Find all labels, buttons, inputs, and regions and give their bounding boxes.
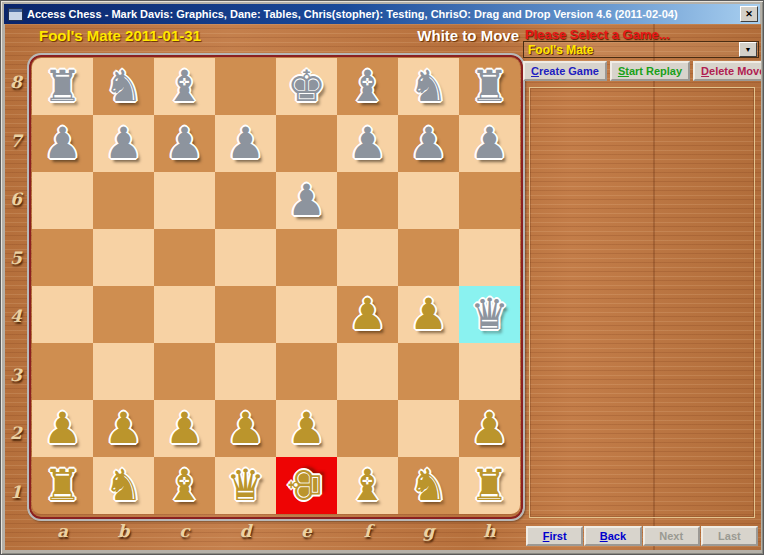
square-f7[interactable]: ♟	[337, 115, 398, 172]
square-a5[interactable]	[32, 229, 93, 286]
square-g4[interactable]: ♟	[398, 286, 459, 343]
square-d3[interactable]	[215, 343, 276, 400]
rank-label-3: 3	[10, 365, 22, 385]
piece-black-knight-b8[interactable]: ♞	[93, 58, 154, 114]
square-c7[interactable]: ♟	[154, 115, 215, 172]
action-buttons: Create Game Start Replay Delete Moves	[523, 61, 761, 81]
square-a2[interactable]: ♟	[32, 400, 93, 457]
main-content: Fool's Mate 2011-01-31 White to Move ♜♞♝…	[5, 24, 761, 550]
square-c4[interactable]	[154, 286, 215, 343]
piece-white-pawn-g4[interactable]: ♟	[398, 286, 459, 342]
piece-black-rook-a8[interactable]: ♜	[32, 58, 93, 114]
piece-white-knight-b1[interactable]: ♞	[93, 457, 154, 513]
square-d1[interactable]: ♛	[215, 457, 276, 514]
piece-black-bishop-c8[interactable]: ♝	[154, 58, 215, 114]
replay-nav-buttons: First Back Next Last	[526, 526, 758, 546]
square-e3[interactable]	[276, 343, 337, 400]
move-list-panel[interactable]	[529, 87, 755, 518]
rank-label-7: 7	[10, 131, 22, 151]
square-f5[interactable]	[337, 229, 398, 286]
piece-white-knight-g1[interactable]: ♞	[398, 457, 459, 513]
square-c2[interactable]: ♟	[154, 400, 215, 457]
rank-label-8: 8	[10, 72, 22, 92]
square-b1[interactable]: ♞	[93, 457, 154, 514]
square-g8[interactable]: ♞	[398, 58, 459, 115]
rank-label-6: 6	[10, 189, 22, 209]
square-e5[interactable]	[276, 229, 337, 286]
square-h8[interactable]: ♜	[459, 58, 520, 115]
piece-black-queen-h4[interactable]: ♛	[459, 286, 520, 342]
select-game-label: Please Select a Game...	[525, 27, 670, 42]
square-e4[interactable]	[276, 286, 337, 343]
piece-white-pawn-e2[interactable]: ♟	[276, 400, 337, 456]
square-d4[interactable]	[215, 286, 276, 343]
app-window: Access Chess - Mark Davis: Graphics, Dan…	[0, 0, 764, 555]
square-d6[interactable]	[215, 172, 276, 229]
back-button[interactable]: Back	[584, 526, 641, 546]
file-label-c: c	[179, 521, 189, 541]
file-label-f: f	[364, 521, 371, 541]
piece-black-pawn-e6[interactable]: ♟	[276, 172, 337, 228]
square-f2[interactable]	[337, 400, 398, 457]
square-b3[interactable]	[93, 343, 154, 400]
square-a3[interactable]	[32, 343, 93, 400]
board-frame: ♜♞♝♚♝♞♜♟♟♟♟♟♟♟♟♟♟♛♟♟♟♟♟♟♜♞♝♛♚♝♞♜	[27, 53, 525, 521]
square-c1[interactable]: ♝	[154, 457, 215, 514]
square-f1[interactable]: ♝	[337, 457, 398, 514]
square-c8[interactable]: ♝	[154, 58, 215, 115]
game-title-label: Fool's Mate 2011-01-31	[39, 27, 201, 44]
file-labels: abcdefgh	[32, 521, 520, 547]
square-c3[interactable]	[154, 343, 215, 400]
square-d7[interactable]: ♟	[215, 115, 276, 172]
window-title: Access Chess - Mark Davis: Graphics, Dan…	[27, 8, 740, 20]
delete-moves-button[interactable]: Delete Moves	[693, 61, 761, 81]
square-a1[interactable]: ♜	[32, 457, 93, 514]
square-h1[interactable]: ♜	[459, 457, 520, 514]
turn-status-label: White to Move	[305, 27, 519, 44]
square-h5[interactable]	[459, 229, 520, 286]
piece-black-bishop-f8[interactable]: ♝	[337, 58, 398, 114]
square-g7[interactable]: ♟	[398, 115, 459, 172]
square-c5[interactable]	[154, 229, 215, 286]
piece-white-rook-h1[interactable]: ♜	[459, 457, 520, 513]
piece-white-pawn-a2[interactable]: ♟	[32, 400, 93, 456]
rank-labels: 87654321	[7, 53, 25, 521]
piece-black-pawn-h7[interactable]: ♟	[459, 115, 520, 171]
square-f6[interactable]	[337, 172, 398, 229]
square-g5[interactable]	[398, 229, 459, 286]
square-f3[interactable]	[337, 343, 398, 400]
square-f4[interactable]: ♟	[337, 286, 398, 343]
piece-black-rook-h8[interactable]: ♜	[459, 58, 520, 114]
piece-white-bishop-c1[interactable]: ♝	[154, 457, 215, 513]
rank-label-4: 4	[10, 306, 22, 326]
square-d2[interactable]: ♟	[215, 400, 276, 457]
square-d8[interactable]	[215, 58, 276, 115]
square-b8[interactable]: ♞	[93, 58, 154, 115]
piece-black-pawn-g7[interactable]: ♟	[398, 115, 459, 171]
last-button[interactable]: Last	[701, 526, 758, 546]
square-g2[interactable]	[398, 400, 459, 457]
close-icon[interactable]: ✕	[740, 6, 758, 22]
app-icon	[8, 8, 23, 21]
square-e2[interactable]: ♟	[276, 400, 337, 457]
square-e7[interactable]	[276, 115, 337, 172]
title-bar: Access Chess - Mark Davis: Graphics, Dan…	[4, 4, 760, 24]
file-label-a: a	[57, 521, 68, 541]
square-g1[interactable]: ♞	[398, 457, 459, 514]
piece-black-pawn-b7[interactable]: ♟	[93, 115, 154, 171]
piece-white-pawn-h2[interactable]: ♟	[459, 400, 520, 456]
square-b2[interactable]: ♟	[93, 400, 154, 457]
square-b6[interactable]	[93, 172, 154, 229]
piece-white-bishop-f1[interactable]: ♝	[337, 457, 398, 513]
square-e1[interactable]: ♚	[276, 457, 337, 514]
square-e8[interactable]: ♚	[276, 58, 337, 115]
square-h2[interactable]: ♟	[459, 400, 520, 457]
start-replay-button[interactable]: Start Replay	[610, 61, 690, 81]
square-a4[interactable]	[32, 286, 93, 343]
piece-black-pawn-c7[interactable]: ♟	[154, 115, 215, 171]
game-select-value: Fool's Mate	[524, 43, 739, 57]
square-h7[interactable]: ♟	[459, 115, 520, 172]
square-a6[interactable]	[32, 172, 93, 229]
chevron-down-icon[interactable]: ▼	[739, 42, 757, 57]
rank-label-5: 5	[10, 248, 22, 268]
board: ♜♞♝♚♝♞♜♟♟♟♟♟♟♟♟♟♟♛♟♟♟♟♟♟♜♞♝♛♚♝♞♜	[32, 58, 520, 514]
piece-black-knight-g8[interactable]: ♞	[398, 58, 459, 114]
piece-black-pawn-a7[interactable]: ♟	[32, 115, 93, 171]
square-b7[interactable]: ♟	[93, 115, 154, 172]
piece-black-pawn-d7[interactable]: ♟	[215, 115, 276, 171]
piece-white-rook-a1[interactable]: ♜	[32, 457, 93, 513]
piece-white-king-e1[interactable]: ♚	[277, 455, 333, 515]
game-select-dropdown[interactable]: Fool's Mate ▼	[523, 41, 759, 58]
piece-white-pawn-b2[interactable]: ♟	[93, 400, 154, 456]
square-b5[interactable]	[93, 229, 154, 286]
square-e6[interactable]: ♟	[276, 172, 337, 229]
file-label-b: b	[118, 521, 130, 541]
piece-white-pawn-c2[interactable]: ♟	[154, 400, 215, 456]
square-a7[interactable]: ♟	[32, 115, 93, 172]
square-h6[interactable]	[459, 172, 520, 229]
piece-white-pawn-f4[interactable]: ♟	[337, 286, 398, 342]
piece-black-pawn-f7[interactable]: ♟	[337, 115, 398, 171]
file-label-g: g	[423, 521, 435, 541]
square-d5[interactable]	[215, 229, 276, 286]
square-f8[interactable]: ♝	[337, 58, 398, 115]
square-g6[interactable]	[398, 172, 459, 229]
first-button[interactable]: First	[526, 526, 583, 546]
square-b4[interactable]	[93, 286, 154, 343]
next-button[interactable]: Next	[643, 526, 700, 546]
square-h4[interactable]: ♛	[459, 286, 520, 343]
create-game-button[interactable]: Create Game	[523, 61, 607, 81]
rank-label-1: 1	[10, 482, 22, 502]
square-h3[interactable]	[459, 343, 520, 400]
square-c6[interactable]	[154, 172, 215, 229]
piece-black-king-e8[interactable]: ♚	[276, 58, 337, 114]
square-a8[interactable]: ♜	[32, 58, 93, 115]
file-label-h: h	[483, 521, 495, 541]
square-g3[interactable]	[398, 343, 459, 400]
file-label-d: d	[240, 521, 252, 541]
rank-label-2: 2	[10, 423, 22, 443]
file-label-e: e	[301, 521, 312, 541]
piece-white-queen-d1[interactable]: ♛	[215, 457, 276, 513]
piece-white-pawn-d2[interactable]: ♟	[215, 400, 276, 456]
